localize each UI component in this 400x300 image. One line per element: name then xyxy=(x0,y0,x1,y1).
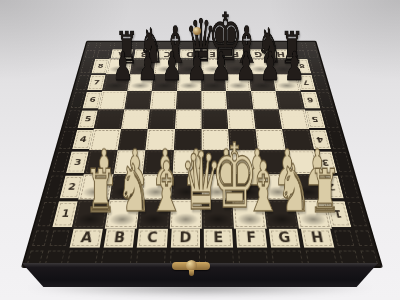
rank-label-text: 7 xyxy=(93,79,101,86)
piece-black-pawn[interactable]: ♟ xyxy=(260,47,281,87)
square-a6[interactable] xyxy=(98,91,127,109)
brass-latch-icon xyxy=(172,262,210,270)
square-c5[interactable] xyxy=(148,109,176,129)
square-a7[interactable]: ♟ xyxy=(102,74,130,91)
piece-black-pawn[interactable]: ♟ xyxy=(186,47,207,87)
rank-label-text: 2 xyxy=(67,182,77,193)
piece-white-bishop[interactable]: ♝ xyxy=(245,152,281,221)
file-label-g-near: G xyxy=(267,229,303,248)
square-d6[interactable] xyxy=(176,91,202,109)
rank-label-text: 4 xyxy=(79,135,88,144)
piece-white-knight[interactable]: ♞ xyxy=(117,156,151,221)
square-a5[interactable] xyxy=(94,109,124,129)
frame-cell xyxy=(303,42,317,50)
piece-white-knight[interactable]: ♞ xyxy=(277,156,311,221)
file-label-text: D xyxy=(179,230,191,246)
piece-white-rook[interactable]: ♜ xyxy=(85,161,116,221)
piece-black-pawn[interactable]: ♟ xyxy=(162,47,183,87)
frame-cell xyxy=(305,49,320,58)
file-label-e-near: E xyxy=(202,229,236,248)
piece-black-pawn[interactable]: ♟ xyxy=(113,47,134,87)
frame-cell xyxy=(47,229,72,248)
frame-cell xyxy=(352,229,375,248)
square-f6[interactable] xyxy=(226,91,253,109)
file-label-a-near: A xyxy=(68,229,105,248)
file-label-text: C xyxy=(146,230,158,246)
rank-label-text: 1 xyxy=(60,208,70,220)
file-label-text: H xyxy=(310,230,325,246)
rank-label-text: 5 xyxy=(84,115,92,123)
piece-black-pawn[interactable]: ♟ xyxy=(235,47,256,87)
square-g6[interactable] xyxy=(251,91,279,109)
piece-black-pawn[interactable]: ♟ xyxy=(284,47,305,87)
piece-black-pawn[interactable]: ♟ xyxy=(137,47,158,87)
file-label-text: F xyxy=(246,230,257,246)
square-b6[interactable] xyxy=(124,91,152,109)
chess-board: ABCDEFGH8♜♞♝♛♚♝♞♜87♟♟♟♟♟♟♟♟7665544332♟♟♟… xyxy=(22,41,378,264)
file-label-d-near: D xyxy=(168,229,202,248)
file-label-f-near: F xyxy=(234,229,269,248)
file-label-c-near: C xyxy=(135,229,170,248)
square-b5[interactable] xyxy=(121,109,150,129)
photo-scene: ABCDEFGH8♜♞♝♛♚♝♞♜87♟♟♟♟♟♟♟♟7665544332♟♟♟… xyxy=(0,0,400,300)
square-d5[interactable] xyxy=(175,109,202,129)
square-c6[interactable] xyxy=(150,91,177,109)
file-label-text: G xyxy=(277,230,291,246)
piece-black-pawn[interactable]: ♟ xyxy=(211,47,232,87)
brass-clasp-icon xyxy=(193,27,201,35)
frame-cell xyxy=(307,59,324,75)
rank-label-text: 6 xyxy=(89,96,97,103)
file-label-text: B xyxy=(113,230,126,246)
file-label-text: E xyxy=(213,230,223,246)
file-label-h-near: H xyxy=(299,229,336,248)
rank-label-text: 6 xyxy=(306,96,314,103)
piece-white-bishop[interactable]: ♝ xyxy=(149,152,185,221)
board-grid: ABCDEFGH8♜♞♝♛♚♝♞♜87♟♟♟♟♟♟♟♟7665544332♟♟♟… xyxy=(21,41,383,268)
file-label-b-near: B xyxy=(101,229,137,248)
square-e6[interactable] xyxy=(201,91,227,109)
rank-label-text: 5 xyxy=(311,115,319,123)
rank-label-text: 3 xyxy=(73,157,82,167)
file-label-text: A xyxy=(79,230,93,246)
rank-label-text: 8 xyxy=(97,63,104,69)
square-a1[interactable]: ♜ xyxy=(72,200,109,229)
piece-white-rook[interactable]: ♜ xyxy=(310,161,341,221)
frame-cell xyxy=(29,229,52,248)
